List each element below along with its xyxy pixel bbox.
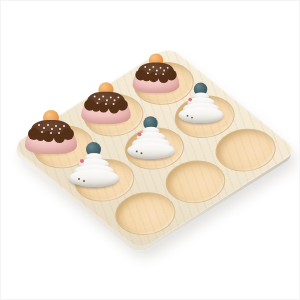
berry-dot: [80, 159, 84, 163]
sugar-sprinkles: [94, 96, 96, 98]
chocolate-frosting: [87, 92, 125, 109]
chocolate-frosting: [31, 120, 71, 138]
chocolate-drips: [98, 102, 108, 112]
berry-dot: [188, 98, 192, 102]
berry-dot: [138, 132, 142, 136]
meringue-tier-base: [69, 169, 119, 187]
sugar-sprinkles: [144, 66, 146, 68]
chocolate-specks: [78, 178, 80, 180]
sugar-sprinkles: [38, 124, 40, 126]
meringue-tier-base: [127, 142, 175, 159]
chocolate-frosting: [138, 62, 174, 78]
meringue-tier-base: [179, 107, 224, 123]
chocolate-drips: [43, 131, 54, 142]
chocolate-specks: [136, 150, 138, 152]
chocolate-specks: [187, 115, 189, 117]
pink-chocolate-cake-piece-3[interactable]: [131, 53, 181, 93]
white-swirl-cake-piece-3[interactable]: [177, 82, 226, 123]
white-swirl-cake-piece-1[interactable]: [67, 141, 121, 187]
chocolate-drips: [149, 72, 159, 82]
toy-board-scene: [0, 0, 300, 300]
white-swirl-cake-piece-2[interactable]: [125, 115, 176, 159]
